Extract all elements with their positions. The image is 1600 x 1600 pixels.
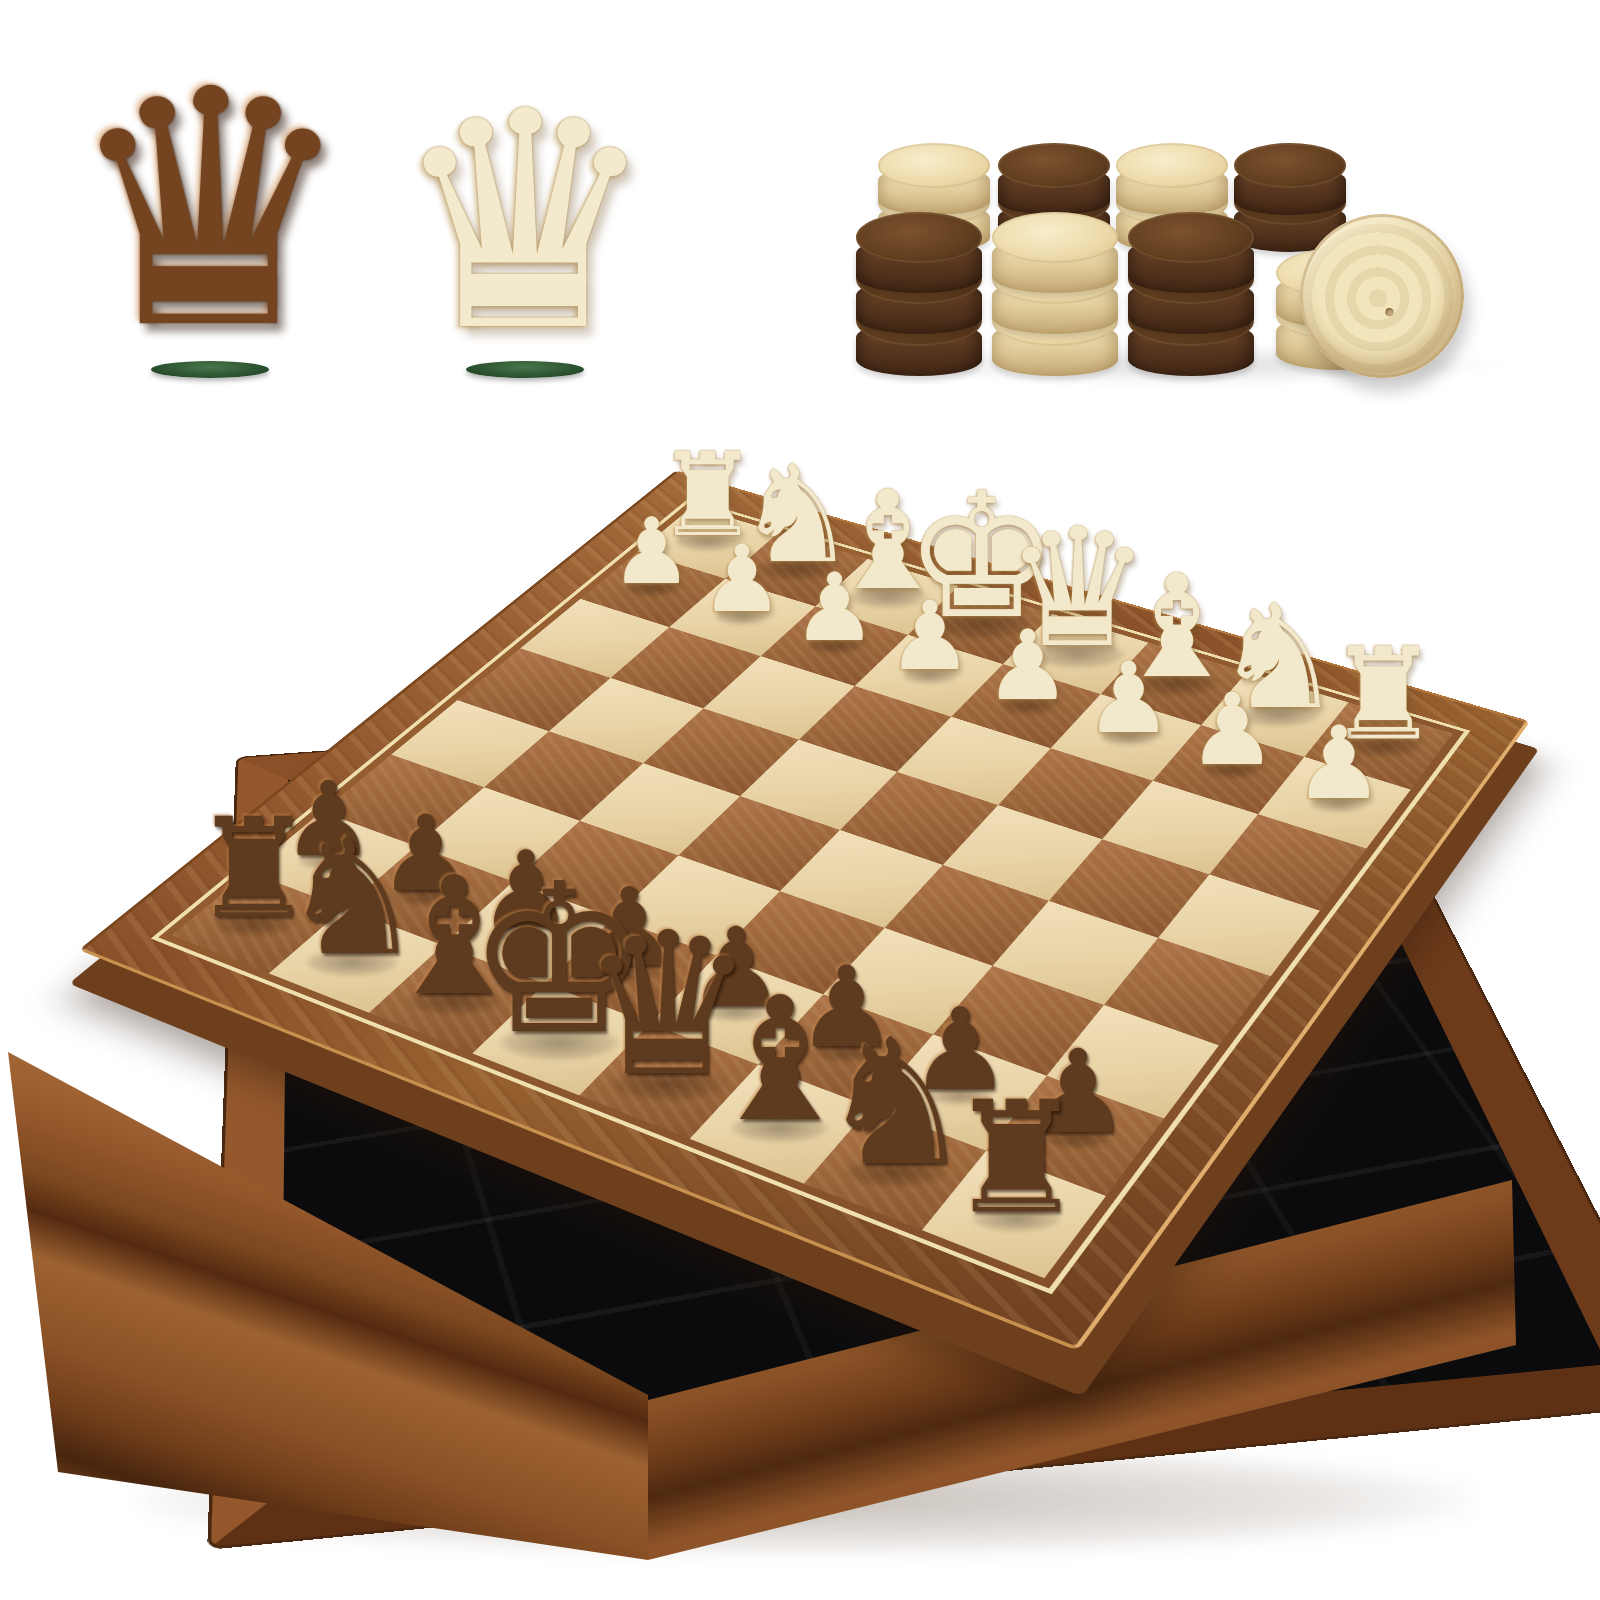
checkers-back-stack-1-disc-2-top (878, 143, 990, 188)
product-photo-stage: ♜♞♝♚♛♝♞♜♟♟♟♟♟♟♟♟♟♟♟♟♟♟♟♟♜♞♝♚♛♝♞♜ ♛♛ (0, 0, 1600, 1600)
checkers-back-stack-2-disc-2-top (998, 143, 1110, 188)
hero-walnut-queen: ♛ (64, 47, 356, 378)
checkers-front-stack-2-disc-3-top (992, 212, 1118, 262)
checkers-front-stack-3-disc-3 (1128, 212, 1254, 293)
checkers-discs (852, 40, 1552, 376)
checkers-front-stack-1 (856, 198, 982, 376)
checkers-front-stack-3 (1128, 198, 1254, 376)
checkers-back-stack-4-disc-2-top (1234, 143, 1346, 188)
checkers-front-stack-1-disc-3-top (856, 212, 982, 262)
maple-queen-felt-base (466, 361, 584, 378)
checkers-front-stack-1-disc-3 (856, 212, 982, 293)
walnut-queen-felt-base (151, 361, 269, 378)
checkers-front-stack-2-disc-3 (992, 212, 1118, 293)
checkers-front-stack-3-disc-3-top (1128, 212, 1254, 262)
walnut-queen-glyph: ♛ (64, 47, 356, 373)
checkers-front-stack-2 (992, 198, 1118, 376)
hero-maple-queen: ♛ (390, 73, 659, 378)
hero-queens: ♛♛ (64, 6, 659, 378)
maple-queen-glyph: ♛ (390, 73, 659, 373)
checkers-back-stack-3-disc-2-top (1116, 143, 1228, 188)
